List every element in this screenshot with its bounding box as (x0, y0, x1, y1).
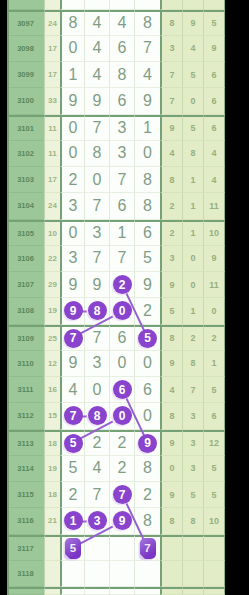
issue-cell-3115: 3115 (7, 482, 44, 508)
stat-cell: 2 (203, 325, 225, 351)
digit-cell: 6 (110, 36, 135, 62)
digit-cell: 8 (135, 193, 160, 219)
sum-cell: 25 (44, 325, 60, 351)
stat-cell: 10 (203, 508, 225, 534)
digit-cell: 8 (85, 403, 110, 429)
issue-cell-3098: 3098 (7, 36, 44, 62)
issue-cell-3114: 3114 (7, 456, 44, 482)
mark-circle: 8 (88, 406, 107, 425)
issue-cell-3118: 3118 (7, 561, 44, 587)
digit-cell: 5 (60, 430, 85, 456)
digit-cell: 4 (85, 62, 110, 88)
digit-cell (60, 561, 85, 587)
sum-cell: 18 (44, 482, 60, 508)
digit-cell: 5 (60, 456, 85, 482)
digit-cell: 8 (135, 167, 160, 193)
digit-cell: 3 (110, 115, 135, 141)
digit-cell: 0 (85, 167, 110, 193)
digit-cell: 2 (60, 167, 85, 193)
stat-cell: 8 (182, 141, 203, 167)
issue-cell-3108: 3108 (7, 298, 44, 324)
issue-cell-3104: 3104 (7, 193, 44, 219)
stat-cell: 7 (182, 377, 203, 403)
mark-circle: 9 (113, 511, 132, 530)
stat-cell: 6 (203, 88, 225, 114)
mark-badge: 5 (65, 538, 81, 559)
mark-circle: 6 (113, 380, 132, 399)
stat-cell (182, 0, 203, 10)
mark-circle: 9 (64, 301, 83, 320)
digit-cell: 0 (110, 298, 135, 324)
digit-cell: 8 (135, 10, 160, 36)
stat-cell: 6 (203, 115, 225, 141)
digit-cell: 7 (85, 193, 110, 219)
digit-cell: 7 (135, 36, 160, 62)
digit-cell: 8 (135, 508, 160, 534)
digit-cell: 0 (135, 351, 160, 377)
digit-cell (110, 561, 135, 587)
issue-cell-3105: 3105 (7, 220, 44, 246)
digit-cell: 6 (110, 193, 135, 219)
stat-cell: 8 (182, 508, 203, 534)
issue-cell-3116: 3116 (7, 508, 44, 534)
digit-cell (110, 0, 135, 10)
digit-cell: 4 (135, 62, 160, 88)
digit-cell: 3 (110, 141, 135, 167)
digit-cell: 9 (60, 88, 85, 114)
stat-cell: 8 (160, 403, 182, 429)
digit-cell (135, 561, 160, 587)
stat-cell (182, 587, 203, 595)
digit-cell: 0 (135, 141, 160, 167)
right-letterbox (225, 0, 249, 595)
stat-cell: 4 (160, 141, 182, 167)
sum-cell (44, 587, 60, 595)
digit-cell: 9 (60, 272, 85, 298)
stat-cell: 5 (203, 10, 225, 36)
stat-cell (160, 0, 182, 10)
stat-cell: 6 (203, 62, 225, 88)
digit-cell: 9 (135, 272, 160, 298)
stat-cell: 9 (203, 36, 225, 62)
mark-circle: 7 (113, 485, 132, 504)
mark-circle: 9 (138, 434, 157, 453)
digit-cell: 8 (85, 141, 110, 167)
sum-cell: 22 (44, 246, 60, 272)
stat-cell: 5 (203, 456, 225, 482)
digit-cell: 8 (60, 10, 85, 36)
mark-circle: 5 (138, 329, 157, 348)
sum-cell: 24 (44, 10, 60, 36)
digit-cell: 2 (110, 456, 135, 482)
sum-cell (44, 535, 60, 561)
digit-cell: 6 (110, 377, 135, 403)
stat-cell: 9 (160, 430, 182, 456)
digit-cell: 4 (110, 10, 135, 36)
digit-cell (135, 0, 160, 10)
stat-cell: 11 (203, 272, 225, 298)
sum-cell: 18 (44, 430, 60, 456)
sum-cell: 11 (44, 141, 60, 167)
digit-cell: 3 (85, 351, 110, 377)
stat-cell: 0 (182, 246, 203, 272)
mark-circle: 8 (88, 301, 107, 320)
digit-cell: 2 (110, 272, 135, 298)
stat-cell: 9 (160, 482, 182, 508)
stat-cell: 8 (160, 167, 182, 193)
sum-cell: 19 (44, 456, 60, 482)
digit-cell: 6 (135, 377, 160, 403)
digit-cell: 5 (135, 325, 160, 351)
issue-cell-3110: 3110 (7, 351, 44, 377)
digit-cell (85, 535, 110, 561)
digit-cell: 0 (60, 141, 85, 167)
stat-cell: 9 (203, 246, 225, 272)
digit-cell: 1 (60, 508, 85, 534)
stat-cell (203, 587, 225, 595)
stat-cell: 1 (182, 167, 203, 193)
stat-cell: 6 (203, 403, 225, 429)
digit-cell: 4 (60, 377, 85, 403)
stat-cell: 9 (160, 115, 182, 141)
mark-circle: 2 (113, 275, 132, 294)
digit-cell (85, 0, 110, 10)
sum-cell: 29 (44, 272, 60, 298)
board-left-border (7, 0, 9, 595)
left-letterbox (0, 0, 7, 595)
digit-cell (135, 587, 160, 595)
issue-cell (7, 587, 44, 595)
digit-cell: 8 (110, 62, 135, 88)
mark-circle: 0 (113, 301, 132, 320)
digit-cell: 8 (135, 456, 160, 482)
digit-cell: 9 (60, 298, 85, 324)
digit-cell (60, 587, 85, 595)
stat-cell (203, 561, 225, 587)
stat-cell: 3 (182, 430, 203, 456)
stat-cell: 5 (203, 377, 225, 403)
digit-cell: 9 (60, 351, 85, 377)
digit-cell: 4 (85, 10, 110, 36)
stat-cell: 1 (182, 193, 203, 219)
stat-cell (203, 0, 225, 10)
stat-cell: 5 (182, 62, 203, 88)
stat-cell (182, 535, 203, 561)
digit-cell: 7 (85, 246, 110, 272)
stat-cell: 2 (160, 220, 182, 246)
digit-cell (110, 535, 135, 561)
digit-cell: 7 (110, 482, 135, 508)
digit-cell: 7 (60, 325, 85, 351)
stat-cell: 9 (182, 10, 203, 36)
stat-cell: 8 (160, 10, 182, 36)
issue-cell-3113: 3113 (7, 430, 44, 456)
issue-cell-3109: 3109 (7, 325, 44, 351)
issue-cell-3102: 3102 (7, 141, 44, 167)
digit-cell: 0 (85, 377, 110, 403)
digit-cell: 8 (85, 298, 110, 324)
digit-cell: 1 (135, 115, 160, 141)
stat-cell: 0 (160, 456, 182, 482)
stat-cell: 2 (182, 325, 203, 351)
stat-cell: 3 (182, 456, 203, 482)
stat-cell: 8 (182, 351, 203, 377)
issue-cell-3112: 3112 (7, 403, 44, 429)
digit-cell: 7 (85, 482, 110, 508)
stat-cell: 0 (203, 298, 225, 324)
digit-cell: 0 (110, 403, 135, 429)
digit-cell: 7 (135, 535, 160, 561)
digit-cell: 9 (85, 272, 110, 298)
digit-cell: 9 (85, 88, 110, 114)
sum-cell: 17 (44, 36, 60, 62)
stat-cell: 0 (182, 88, 203, 114)
digit-cell: 0 (135, 403, 160, 429)
mark-circle: 7 (64, 406, 83, 425)
digit-cell: 2 (135, 482, 160, 508)
stat-cell: 9 (160, 272, 182, 298)
digit-cell: 7 (85, 115, 110, 141)
issue-cell-3107: 3107 (7, 272, 44, 298)
issue-cell-3099: 3099 (7, 62, 44, 88)
stat-cell (160, 587, 182, 595)
lottery-trend-chart: 3097248448895309817046734930991714847563… (0, 0, 249, 595)
digit-cell: 0 (60, 36, 85, 62)
digit-cell (85, 561, 110, 587)
issue-cell-3106: 3106 (7, 246, 44, 272)
sum-cell: 12 (44, 351, 60, 377)
stat-cell (160, 535, 182, 561)
sum-cell (44, 561, 60, 587)
stat-cell (203, 535, 225, 561)
stat-cell: 4 (203, 167, 225, 193)
stat-cell: 8 (160, 508, 182, 534)
digit-cell: 9 (135, 88, 160, 114)
sum-cell: 11 (44, 115, 60, 141)
stat-cell: 1 (182, 298, 203, 324)
digit-cell: 6 (135, 220, 160, 246)
digit-cell: 1 (60, 62, 85, 88)
sum-cell: 33 (44, 88, 60, 114)
mark-circle: 3 (88, 511, 107, 530)
issue-cell (7, 0, 44, 10)
digit-cell (85, 587, 110, 595)
digit-cell: 6 (110, 325, 135, 351)
stat-cell: 2 (160, 193, 182, 219)
board-grid: 3097248448895309817046734930991714847563… (7, 0, 225, 595)
sum-cell: 15 (44, 403, 60, 429)
mark-circle: 1 (64, 511, 83, 530)
stat-cell: 5 (203, 482, 225, 508)
stat-cell: 3 (160, 246, 182, 272)
stat-cell: 7 (160, 62, 182, 88)
digit-cell: 5 (60, 535, 85, 561)
digit-cell (110, 587, 135, 595)
issue-cell-3097: 3097 (7, 10, 44, 36)
digit-cell: 4 (85, 456, 110, 482)
digit-cell: 7 (85, 325, 110, 351)
digit-cell: 3 (60, 193, 85, 219)
sum-cell: 24 (44, 193, 60, 219)
stat-cell: 5 (182, 115, 203, 141)
digit-cell: 7 (110, 167, 135, 193)
sum-cell: 19 (44, 298, 60, 324)
mark-circle: 7 (64, 329, 83, 348)
sum-cell: 17 (44, 62, 60, 88)
issue-cell-3111: 3111 (7, 377, 44, 403)
stat-cell: 0 (182, 272, 203, 298)
stat-cell (160, 561, 182, 587)
digit-cell: 6 (110, 88, 135, 114)
stat-cell: 3 (160, 36, 182, 62)
stat-cell: 3 (182, 403, 203, 429)
digit-cell: 3 (60, 246, 85, 272)
digit-cell: 9 (110, 508, 135, 534)
stat-cell: 5 (182, 482, 203, 508)
issue-cell-3117: 3117 (7, 535, 44, 561)
digit-cell: 9 (135, 430, 160, 456)
stat-cell: 9 (160, 351, 182, 377)
stat-cell (182, 561, 203, 587)
digit-cell: 2 (60, 482, 85, 508)
sum-cell: 17 (44, 167, 60, 193)
digit-cell: 0 (60, 220, 85, 246)
sum-cell: 16 (44, 377, 60, 403)
digit-cell: 2 (135, 298, 160, 324)
digit-cell: 3 (85, 508, 110, 534)
digit-cell: 2 (110, 430, 135, 456)
stat-cell: 12 (203, 430, 225, 456)
sum-cell: 10 (44, 220, 60, 246)
stat-cell: 5 (160, 298, 182, 324)
issue-cell-3100: 3100 (7, 88, 44, 114)
digit-cell: 0 (60, 115, 85, 141)
mark-badge: 7 (140, 538, 156, 559)
stat-cell: 4 (203, 141, 225, 167)
sum-cell: 21 (44, 508, 60, 534)
stat-cell: 4 (182, 36, 203, 62)
issue-cell-3103: 3103 (7, 167, 44, 193)
digit-cell: 4 (85, 36, 110, 62)
mark-circle: 0 (113, 406, 132, 425)
digit-cell: 5 (135, 246, 160, 272)
stat-cell: 7 (160, 88, 182, 114)
stat-cell: 8 (160, 325, 182, 351)
mark-circle: 5 (64, 434, 83, 453)
digit-cell: 3 (85, 220, 110, 246)
digit-cell: 0 (110, 351, 135, 377)
stat-cell: 1 (182, 220, 203, 246)
digit-cell: 2 (85, 430, 110, 456)
stat-cell: 10 (203, 220, 225, 246)
sum-cell (44, 0, 60, 10)
digit-cell (60, 0, 85, 10)
stat-cell: 4 (160, 377, 182, 403)
stat-cell: 1 (203, 351, 225, 377)
digit-cell: 7 (110, 246, 135, 272)
digit-cell: 7 (60, 403, 85, 429)
issue-cell-3101: 3101 (7, 115, 44, 141)
digit-cell: 1 (110, 220, 135, 246)
stat-cell: 11 (203, 193, 225, 219)
